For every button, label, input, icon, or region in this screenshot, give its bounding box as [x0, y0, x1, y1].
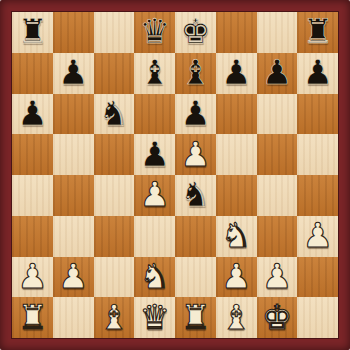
square-b7[interactable]: ♟ — [53, 53, 94, 94]
white-rook: ♜ — [17, 300, 47, 334]
square-c5[interactable] — [94, 134, 135, 175]
white-king: ♚ — [262, 300, 292, 334]
black-pawn: ♟ — [262, 55, 292, 89]
square-a3[interactable] — [12, 216, 53, 257]
square-h3[interactable]: ♟ — [297, 216, 338, 257]
square-f4[interactable] — [216, 175, 257, 216]
white-rook: ♜ — [180, 300, 210, 334]
white-pawn: ♟ — [302, 218, 332, 252]
square-a1[interactable]: ♜ — [12, 297, 53, 338]
black-bishop: ♝ — [180, 55, 210, 89]
square-b3[interactable] — [53, 216, 94, 257]
black-pawn: ♟ — [221, 55, 251, 89]
square-c4[interactable] — [94, 175, 135, 216]
square-d4[interactable]: ♟ — [134, 175, 175, 216]
square-d3[interactable] — [134, 216, 175, 257]
square-g2[interactable]: ♟ — [257, 257, 298, 298]
square-g8[interactable] — [257, 12, 298, 53]
square-b8[interactable] — [53, 12, 94, 53]
white-pawn: ♟ — [221, 259, 251, 293]
square-f7[interactable]: ♟ — [216, 53, 257, 94]
square-b5[interactable] — [53, 134, 94, 175]
white-bishop: ♝ — [221, 300, 251, 334]
square-d2[interactable]: ♞ — [134, 257, 175, 298]
square-h4[interactable] — [297, 175, 338, 216]
black-knight: ♞ — [180, 177, 210, 211]
square-b4[interactable] — [53, 175, 94, 216]
white-pawn: ♟ — [139, 177, 169, 211]
square-f1[interactable]: ♝ — [216, 297, 257, 338]
square-a2[interactable]: ♟ — [12, 257, 53, 298]
square-e6[interactable]: ♟ — [175, 94, 216, 135]
square-a4[interactable] — [12, 175, 53, 216]
square-h6[interactable] — [297, 94, 338, 135]
square-c3[interactable] — [94, 216, 135, 257]
square-e1[interactable]: ♜ — [175, 297, 216, 338]
white-pawn: ♟ — [180, 137, 210, 171]
square-f8[interactable] — [216, 12, 257, 53]
square-c1[interactable]: ♝ — [94, 297, 135, 338]
square-f3[interactable]: ♞ — [216, 216, 257, 257]
square-d5[interactable]: ♟ — [134, 134, 175, 175]
black-rook: ♜ — [17, 14, 47, 48]
chess-board: ♜♛♚♜♟♝♝♟♟♟♟♞♟♟♟♟♞♞♟♟♟♞♟♟♜♝♛♜♝♚ — [12, 12, 338, 338]
white-bishop: ♝ — [99, 300, 129, 334]
black-pawn: ♟ — [139, 137, 169, 171]
black-pawn: ♟ — [17, 96, 47, 130]
square-h2[interactable] — [297, 257, 338, 298]
square-e7[interactable]: ♝ — [175, 53, 216, 94]
black-pawn: ♟ — [180, 96, 210, 130]
square-a5[interactable] — [12, 134, 53, 175]
square-c8[interactable] — [94, 12, 135, 53]
square-f2[interactable]: ♟ — [216, 257, 257, 298]
square-f6[interactable] — [216, 94, 257, 135]
square-f5[interactable] — [216, 134, 257, 175]
square-g7[interactable]: ♟ — [257, 53, 298, 94]
square-b1[interactable] — [53, 297, 94, 338]
square-g3[interactable] — [257, 216, 298, 257]
white-pawn: ♟ — [17, 259, 47, 293]
square-a6[interactable]: ♟ — [12, 94, 53, 135]
square-h7[interactable]: ♟ — [297, 53, 338, 94]
square-e2[interactable] — [175, 257, 216, 298]
square-e4[interactable]: ♞ — [175, 175, 216, 216]
square-e3[interactable] — [175, 216, 216, 257]
square-d1[interactable]: ♛ — [134, 297, 175, 338]
board-frame: ♜♛♚♜♟♝♝♟♟♟♟♞♟♟♟♟♞♞♟♟♟♞♟♟♜♝♛♜♝♚ — [0, 0, 350, 350]
square-c2[interactable] — [94, 257, 135, 298]
square-b6[interactable] — [53, 94, 94, 135]
square-b2[interactable]: ♟ — [53, 257, 94, 298]
white-pawn: ♟ — [262, 259, 292, 293]
square-a8[interactable]: ♜ — [12, 12, 53, 53]
white-queen: ♛ — [139, 300, 169, 334]
white-pawn: ♟ — [58, 259, 88, 293]
square-h5[interactable] — [297, 134, 338, 175]
black-queen: ♛ — [139, 14, 169, 48]
square-g1[interactable]: ♚ — [257, 297, 298, 338]
black-king: ♚ — [180, 14, 210, 48]
black-bishop: ♝ — [139, 55, 169, 89]
white-knight: ♞ — [221, 218, 251, 252]
square-d8[interactable]: ♛ — [134, 12, 175, 53]
square-h1[interactable] — [297, 297, 338, 338]
black-pawn: ♟ — [302, 55, 332, 89]
square-c6[interactable]: ♞ — [94, 94, 135, 135]
square-e8[interactable]: ♚ — [175, 12, 216, 53]
square-d7[interactable]: ♝ — [134, 53, 175, 94]
white-knight: ♞ — [139, 259, 169, 293]
square-e5[interactable]: ♟ — [175, 134, 216, 175]
square-c7[interactable] — [94, 53, 135, 94]
square-h8[interactable]: ♜ — [297, 12, 338, 53]
square-g5[interactable] — [257, 134, 298, 175]
square-d6[interactable] — [134, 94, 175, 135]
square-a7[interactable] — [12, 53, 53, 94]
black-rook: ♜ — [302, 14, 332, 48]
black-pawn: ♟ — [58, 55, 88, 89]
black-knight: ♞ — [99, 96, 129, 130]
square-g4[interactable] — [257, 175, 298, 216]
square-g6[interactable] — [257, 94, 298, 135]
